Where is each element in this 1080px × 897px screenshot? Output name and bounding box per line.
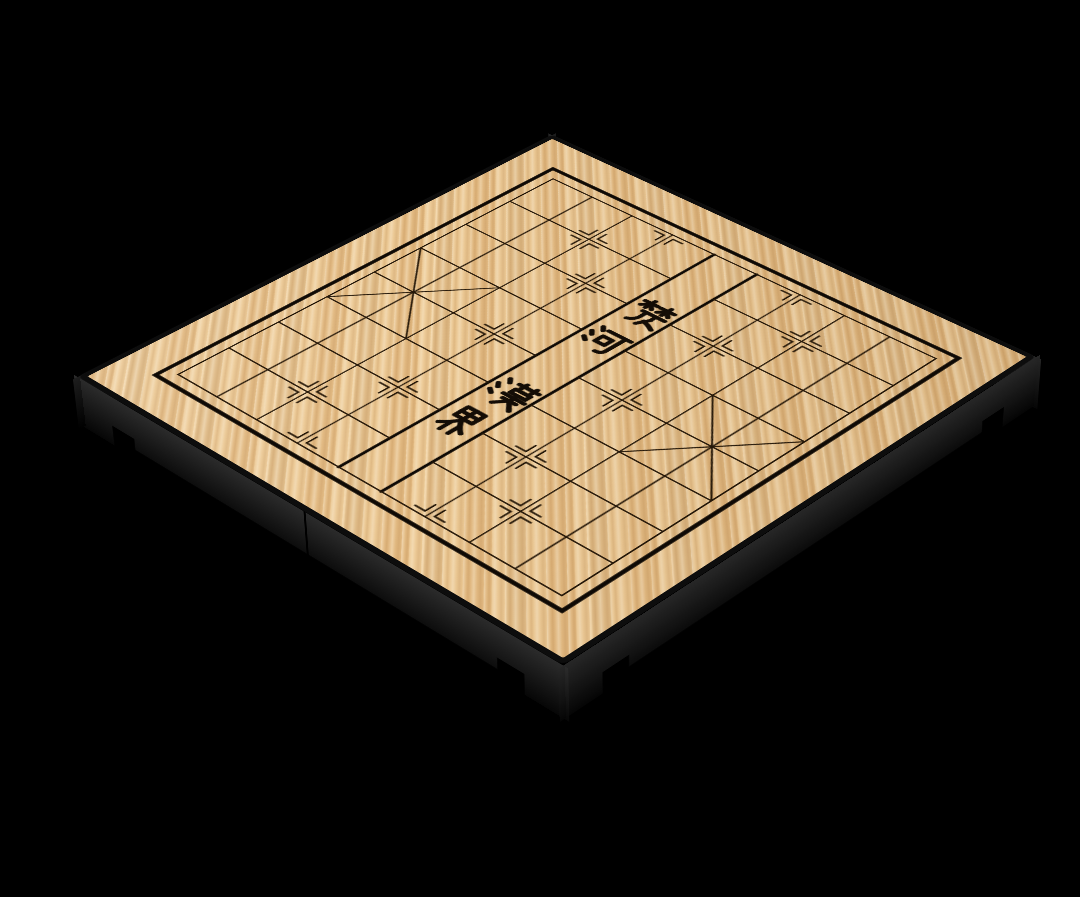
- photo-background: xiangqi 楚河漢界: [0, 0, 1080, 897]
- board-top: [78, 135, 1037, 665]
- point-markers: [248, 212, 855, 548]
- board-grid: [88, 139, 1027, 658]
- xiangqi-board: [78, 135, 1037, 665]
- fold-seam: [303, 511, 309, 564]
- palace-diagonals-bottom: [619, 395, 805, 501]
- board-surface: [88, 139, 1027, 658]
